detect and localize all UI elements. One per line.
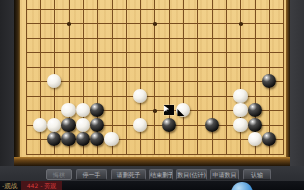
mouse-cursor-icon [164,105,170,112]
end-removal-button[interactable]: 结束删子 [149,169,173,180]
stone-white [76,118,90,132]
room-badge: 442 - 旁观 [21,181,62,190]
stone-white [233,103,247,117]
stone-white [133,118,147,132]
stone-white [33,118,47,132]
stone-white [133,89,147,103]
cursor-preview-black-square[interactable] [164,105,175,116]
grid-line-horizontal [26,52,285,53]
stone-white [233,118,247,132]
spectate-label: -观战 [2,182,17,190]
board-edge-bottom [14,157,290,166]
grid-line-horizontal [26,81,285,82]
stone-black [248,118,262,132]
stone-white [47,118,61,132]
stone-black [61,118,75,132]
estimate-button[interactable]: 数目(估计) [176,169,207,180]
stone-black [262,132,276,146]
window-left-strip [0,0,14,190]
star-point [153,22,157,26]
last-move-marker [177,109,185,117]
board-grid-layer [14,0,290,157]
stone-white [47,74,61,88]
pass-button[interactable]: 停一手 [76,169,107,180]
star-point [153,109,157,113]
remove-dead-button[interactable]: 请删死子 [111,169,146,180]
resign-button[interactable]: 认输 [243,169,271,180]
stone-white [248,132,262,146]
star-point [239,22,243,26]
stone-white [61,103,75,117]
stone-white [176,103,190,117]
stone-white [76,103,90,117]
stone-black [47,132,61,146]
stone-black [90,103,104,117]
undo-button[interactable]: 悔棋 [46,169,72,180]
stone-black [205,118,219,132]
stone-black [248,103,262,117]
grid-line-horizontal [26,38,285,39]
stone-black [90,118,104,132]
bottom-toolbar: 悔棋 停一手 请删死子 结束删子 数目(估计) 申请数目 认输 [0,166,304,181]
stone-white [233,89,247,103]
stone-black [61,132,75,146]
request-count-button[interactable]: 申请数目 [210,169,239,180]
star-point [67,22,71,26]
status-bar: -观战 442 - 旁观 [0,181,304,190]
grid-line-horizontal [26,154,285,155]
grid-line-horizontal [26,9,285,10]
stone-black [162,118,176,132]
grid-line-horizontal [26,67,285,68]
window-right-strip [290,0,304,190]
stone-black [262,74,276,88]
go-app-window: 悔棋 停一手 请删死子 结束删子 数目(估计) 申请数目 认输 -观战 442 … [0,0,304,190]
stone-black [76,132,90,146]
stone-black [90,132,104,146]
stone-white [104,132,118,146]
go-board[interactable] [14,0,290,166]
